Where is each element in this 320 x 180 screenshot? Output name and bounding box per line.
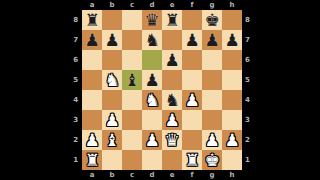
square-c1[interactable] xyxy=(122,150,142,170)
square-h6[interactable] xyxy=(222,50,242,70)
white-knight-b5: ♞ xyxy=(104,70,119,90)
square-e2[interactable]: ♛ xyxy=(162,130,182,150)
file-label-d: d xyxy=(142,170,162,180)
rank-label-1: 1 xyxy=(245,150,250,170)
rank-labels-right: 87654321 xyxy=(242,10,254,170)
square-b6[interactable] xyxy=(102,50,122,70)
square-h4[interactable] xyxy=(222,90,242,110)
square-a8[interactable]: ♜ xyxy=(82,10,102,30)
rank-label-6: 6 xyxy=(245,50,250,70)
square-e1[interactable] xyxy=(162,150,182,170)
file-label-a: a xyxy=(82,170,102,180)
square-b5[interactable]: ♞ xyxy=(102,70,122,90)
square-f3[interactable] xyxy=(182,110,202,130)
white-pawn-e3: ♟ xyxy=(164,110,179,130)
square-d8[interactable]: ♛ xyxy=(142,10,162,30)
rank-label-8: 8 xyxy=(245,10,250,30)
file-label-d: d xyxy=(142,0,162,10)
file-label-h: h xyxy=(222,0,242,10)
square-b3[interactable]: ♟ xyxy=(102,110,122,130)
square-h3[interactable] xyxy=(222,110,242,130)
black-queen-d8: ♛ xyxy=(144,10,159,30)
white-rook-a1: ♜ xyxy=(84,150,99,170)
rank-label-8: 8 xyxy=(73,10,78,30)
chessboard: ♜♛♜♚♟♟♞♟♟♟♟♞♝♟♞♞♟♟♟♟♝♟♛♟♟♜♜♚ xyxy=(82,10,242,170)
white-pawn-h2: ♟ xyxy=(224,130,239,150)
square-a4[interactable] xyxy=(82,90,102,110)
white-knight-d4: ♞ xyxy=(144,90,159,110)
file-label-f: f xyxy=(182,0,202,10)
square-e6[interactable]: ♟ xyxy=(162,50,182,70)
square-g6[interactable] xyxy=(202,50,222,70)
square-g7[interactable]: ♟ xyxy=(202,30,222,50)
white-queen-e2: ♛ xyxy=(164,130,179,150)
square-f7[interactable]: ♟ xyxy=(182,30,202,50)
file-label-e: e xyxy=(162,0,182,10)
black-bishop-c5: ♝ xyxy=(124,70,139,90)
black-rook-a8: ♜ xyxy=(84,10,99,30)
square-d5[interactable]: ♟ xyxy=(142,70,162,90)
square-a1[interactable]: ♜ xyxy=(82,150,102,170)
black-pawn-h7: ♟ xyxy=(224,30,239,50)
square-e3[interactable]: ♟ xyxy=(162,110,182,130)
square-f4[interactable]: ♟ xyxy=(182,90,202,110)
rank-label-4: 4 xyxy=(73,90,78,110)
square-e7[interactable] xyxy=(162,30,182,50)
rank-label-7: 7 xyxy=(73,30,78,50)
square-h7[interactable]: ♟ xyxy=(222,30,242,50)
file-label-g: g xyxy=(202,0,222,10)
file-label-b: b xyxy=(102,0,122,10)
square-c3[interactable] xyxy=(122,110,142,130)
square-b4[interactable] xyxy=(102,90,122,110)
black-pawn-e6: ♟ xyxy=(164,50,179,70)
square-f8[interactable] xyxy=(182,10,202,30)
square-g3[interactable] xyxy=(202,110,222,130)
file-label-c: c xyxy=(122,170,142,180)
file-label-h: h xyxy=(222,170,242,180)
square-c5[interactable]: ♝ xyxy=(122,70,142,90)
square-b7[interactable]: ♟ xyxy=(102,30,122,50)
white-bishop-b2: ♝ xyxy=(104,130,119,150)
black-rook-e8: ♜ xyxy=(164,10,179,30)
square-a2[interactable]: ♟ xyxy=(82,130,102,150)
square-f5[interactable] xyxy=(182,70,202,90)
square-g5[interactable] xyxy=(202,70,222,90)
black-knight-e4: ♞ xyxy=(164,90,179,110)
square-f2[interactable] xyxy=(182,130,202,150)
square-c8[interactable] xyxy=(122,10,142,30)
square-c4[interactable] xyxy=(122,90,142,110)
square-d3[interactable] xyxy=(142,110,162,130)
square-e4[interactable]: ♞ xyxy=(162,90,182,110)
square-h8[interactable] xyxy=(222,10,242,30)
file-label-c: c xyxy=(122,0,142,10)
file-label-b: b xyxy=(102,170,122,180)
black-pawn-g7: ♟ xyxy=(204,30,219,50)
file-label-g: g xyxy=(202,170,222,180)
white-pawn-b3: ♟ xyxy=(104,110,119,130)
rank-label-5: 5 xyxy=(73,70,78,90)
chess-board-thumbnail: abcdefgh 87654321 87654321 ♜♛♜♚♟♟♞♟♟♟♟♞♝… xyxy=(0,0,320,180)
black-pawn-f7: ♟ xyxy=(184,30,199,50)
file-label-f: f xyxy=(182,170,202,180)
square-b1[interactable] xyxy=(102,150,122,170)
square-a6[interactable] xyxy=(82,50,102,70)
square-d6[interactable] xyxy=(142,50,162,70)
rank-label-7: 7 xyxy=(245,30,250,50)
file-labels-top: abcdefgh xyxy=(82,0,242,10)
white-pawn-d2: ♟ xyxy=(144,130,159,150)
square-g4[interactable] xyxy=(202,90,222,110)
square-g1[interactable]: ♚ xyxy=(202,150,222,170)
square-a5[interactable] xyxy=(82,70,102,90)
rank-label-3: 3 xyxy=(245,110,250,130)
black-knight-d7: ♞ xyxy=(144,30,159,50)
square-h1[interactable] xyxy=(222,150,242,170)
rank-labels-left: 87654321 xyxy=(68,10,80,170)
square-f6[interactable] xyxy=(182,50,202,70)
square-d1[interactable] xyxy=(142,150,162,170)
rank-label-6: 6 xyxy=(73,50,78,70)
square-c7[interactable] xyxy=(122,30,142,50)
square-d2[interactable]: ♟ xyxy=(142,130,162,150)
rank-label-1: 1 xyxy=(73,150,78,170)
black-pawn-a7: ♟ xyxy=(84,30,99,50)
square-h2[interactable]: ♟ xyxy=(222,130,242,150)
square-e8[interactable]: ♜ xyxy=(162,10,182,30)
square-g2[interactable]: ♟ xyxy=(202,130,222,150)
square-c2[interactable] xyxy=(122,130,142,150)
square-h5[interactable] xyxy=(222,70,242,90)
file-labels-bottom: abcdefgh xyxy=(82,170,242,180)
black-pawn-b7: ♟ xyxy=(104,30,119,50)
square-d7[interactable]: ♞ xyxy=(142,30,162,50)
white-pawn-a2: ♟ xyxy=(84,130,99,150)
rank-label-3: 3 xyxy=(73,110,78,130)
rank-label-2: 2 xyxy=(73,130,78,150)
square-a7[interactable]: ♟ xyxy=(82,30,102,50)
square-c6[interactable] xyxy=(122,50,142,70)
square-g8[interactable]: ♚ xyxy=(202,10,222,30)
rank-label-2: 2 xyxy=(245,130,250,150)
square-b2[interactable]: ♝ xyxy=(102,130,122,150)
white-pawn-f4: ♟ xyxy=(184,90,199,110)
square-f1[interactable]: ♜ xyxy=(182,150,202,170)
square-b8[interactable] xyxy=(102,10,122,30)
file-label-e: e xyxy=(162,170,182,180)
square-d4[interactable]: ♞ xyxy=(142,90,162,110)
white-rook-f1: ♜ xyxy=(184,150,199,170)
file-label-a: a xyxy=(82,0,102,10)
white-pawn-g2: ♟ xyxy=(204,130,219,150)
square-e5[interactable] xyxy=(162,70,182,90)
rank-label-5: 5 xyxy=(245,70,250,90)
white-king-g1: ♚ xyxy=(204,150,219,170)
black-king-g8: ♚ xyxy=(204,10,219,30)
rank-label-4: 4 xyxy=(245,90,250,110)
square-a3[interactable] xyxy=(82,110,102,130)
black-pawn-d5: ♟ xyxy=(144,70,159,90)
